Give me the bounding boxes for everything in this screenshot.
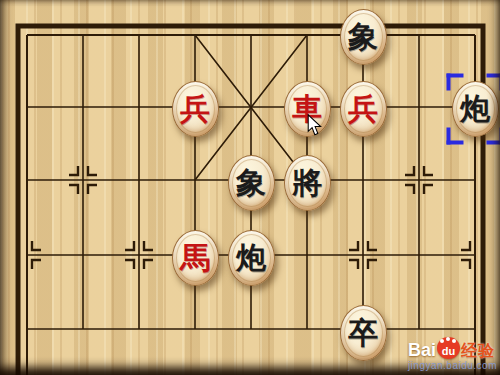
piece-black-elephant[interactable]: 象	[228, 155, 275, 211]
piece-red-soldier[interactable]: 兵	[172, 81, 219, 137]
piece-black-elephant[interactable]: 象	[340, 9, 387, 65]
watermark-bai-text: Bai	[408, 341, 436, 359]
piece-black-cannon[interactable]: 炮	[228, 230, 275, 286]
xiangqi-game-screen: 象兵車兵炮象將馬炮卒 Bai du 经验 jingyan.baidu.com	[0, 0, 500, 375]
red-horse-glyph: 馬	[180, 243, 210, 273]
watermark-jingyan-text: 经验	[461, 343, 495, 359]
piece-black-cannon[interactable]: 炮	[452, 81, 499, 137]
selection-corner-tl	[447, 74, 464, 91]
piece-black-soldier[interactable]: 卒	[340, 305, 387, 361]
mouse-cursor	[307, 114, 322, 136]
black-cannon-glyph: 炮	[236, 243, 266, 273]
selection-corner-bl	[447, 128, 464, 145]
red-soldier-glyph: 兵	[180, 94, 210, 124]
watermark-logo-row: Bai du 经验	[408, 337, 497, 359]
piece-red-soldier[interactable]: 兵	[340, 81, 387, 137]
black-general-glyph: 將	[292, 168, 322, 198]
black-elephant-glyph: 象	[236, 168, 266, 198]
black-cannon-glyph: 炮	[460, 94, 490, 124]
baidu-paw-icon: du	[437, 337, 460, 359]
watermark-url: jingyan.baidu.com	[408, 361, 497, 371]
black-soldier-glyph: 卒	[348, 318, 378, 348]
watermark-du-text: du	[442, 346, 455, 357]
selection-corner-br	[487, 128, 500, 145]
selection-corner-tr	[487, 74, 500, 91]
black-elephant-glyph: 象	[348, 22, 378, 52]
board-grid[interactable]: 象兵車兵炮象將馬炮卒	[0, 0, 500, 369]
baidu-jingyan-watermark: Bai du 经验 jingyan.baidu.com	[408, 337, 497, 371]
piece-black-general[interactable]: 將	[284, 155, 331, 211]
red-soldier-glyph: 兵	[348, 94, 378, 124]
piece-red-horse[interactable]: 馬	[172, 230, 219, 286]
